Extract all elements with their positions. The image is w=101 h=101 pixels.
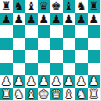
square-b8[interactable]: ♞: [13, 0, 26, 13]
square-a4[interactable]: [0, 50, 13, 63]
white-knight: ♞: [76, 88, 86, 101]
white-knight: ♞: [14, 88, 24, 101]
white-bishop: ♝: [64, 88, 74, 101]
square-f8[interactable]: ♝: [63, 0, 76, 13]
square-f1[interactable]: ♝: [63, 88, 76, 101]
square-h3[interactable]: [88, 63, 101, 76]
square-f4[interactable]: [63, 50, 76, 63]
black-bishop: ♝: [26, 0, 36, 13]
white-pawn: ♟: [14, 75, 24, 88]
square-d1[interactable]: ♚: [38, 88, 51, 101]
square-b7[interactable]: ♟: [13, 13, 26, 26]
square-h1[interactable]: ♜: [88, 88, 101, 101]
square-c8[interactable]: ♝: [25, 0, 38, 13]
square-g6[interactable]: [75, 25, 88, 38]
square-f6[interactable]: [63, 25, 76, 38]
square-c4[interactable]: [25, 50, 38, 63]
white-pawn: ♟: [39, 75, 49, 88]
square-d3[interactable]: [38, 63, 51, 76]
square-a3[interactable]: [0, 63, 13, 76]
white-pawn: ♟: [1, 75, 11, 88]
square-b4[interactable]: [13, 50, 26, 63]
black-rook: ♜: [89, 0, 99, 13]
white-pawn: ♟: [26, 75, 36, 88]
square-g3[interactable]: [75, 63, 88, 76]
square-b2[interactable]: ♟: [13, 75, 26, 88]
square-h6[interactable]: [88, 25, 101, 38]
black-knight: ♞: [14, 0, 24, 13]
square-f3[interactable]: [63, 63, 76, 76]
square-f5[interactable]: [63, 38, 76, 51]
white-rook: ♜: [89, 88, 99, 101]
black-bishop: ♝: [64, 0, 74, 13]
white-queen: ♛: [51, 88, 61, 101]
white-pawn: ♟: [64, 75, 74, 88]
square-a1[interactable]: ♜: [0, 88, 13, 101]
square-c3[interactable]: [25, 63, 38, 76]
square-a7[interactable]: ♟: [0, 13, 13, 26]
black-pawn: ♟: [76, 13, 86, 26]
square-d2[interactable]: ♟: [38, 75, 51, 88]
square-a8[interactable]: ♜: [0, 0, 13, 13]
white-pawn: ♟: [51, 75, 61, 88]
square-h8[interactable]: ♜: [88, 0, 101, 13]
black-pawn: ♟: [1, 13, 11, 26]
square-e6[interactable]: [50, 25, 63, 38]
square-g5[interactable]: [75, 38, 88, 51]
white-rook: ♜: [1, 88, 11, 101]
square-b5[interactable]: [13, 38, 26, 51]
square-g8[interactable]: ♞: [75, 0, 88, 13]
square-e7[interactable]: ♟: [50, 13, 63, 26]
square-c6[interactable]: [25, 25, 38, 38]
square-a5[interactable]: [0, 38, 13, 51]
black-rook: ♜: [1, 0, 11, 13]
square-d5[interactable]: [38, 38, 51, 51]
white-pawn: ♟: [89, 75, 99, 88]
chess-board: ♜♞♝♛♚♝♞♜♟♟♟♟♟♟♟♟♟♟♟♟♟♟♟♟♜♞♝♚♛♝♞♜: [0, 0, 100, 100]
square-d4[interactable]: [38, 50, 51, 63]
square-b6[interactable]: [13, 25, 26, 38]
black-knight: ♞: [76, 0, 86, 13]
square-c5[interactable]: [25, 38, 38, 51]
square-b3[interactable]: [13, 63, 26, 76]
black-pawn: ♟: [26, 13, 36, 26]
square-e4[interactable]: [50, 50, 63, 63]
square-h5[interactable]: [88, 38, 101, 51]
square-a2[interactable]: ♟: [0, 75, 13, 88]
black-pawn: ♟: [39, 13, 49, 26]
black-pawn: ♟: [89, 13, 99, 26]
black-pawn: ♟: [64, 13, 74, 26]
square-e2[interactable]: ♟: [50, 75, 63, 88]
square-c2[interactable]: ♟: [25, 75, 38, 88]
white-pawn: ♟: [76, 75, 86, 88]
square-h7[interactable]: ♟: [88, 13, 101, 26]
black-king: ♚: [51, 0, 61, 13]
black-pawn: ♟: [14, 13, 24, 26]
square-h2[interactable]: ♟: [88, 75, 101, 88]
square-d6[interactable]: [38, 25, 51, 38]
square-c7[interactable]: ♟: [25, 13, 38, 26]
white-bishop: ♝: [26, 88, 36, 101]
black-pawn: ♟: [51, 13, 61, 26]
square-c1[interactable]: ♝: [25, 88, 38, 101]
square-e8[interactable]: ♚: [50, 0, 63, 13]
square-b1[interactable]: ♞: [13, 88, 26, 101]
square-e1[interactable]: ♛: [50, 88, 63, 101]
square-g1[interactable]: ♞: [75, 88, 88, 101]
square-g4[interactable]: [75, 50, 88, 63]
white-king: ♚: [39, 88, 49, 101]
square-f2[interactable]: ♟: [63, 75, 76, 88]
black-queen: ♛: [39, 0, 49, 13]
square-e5[interactable]: [50, 38, 63, 51]
square-a6[interactable]: [0, 25, 13, 38]
square-e3[interactable]: [50, 63, 63, 76]
square-d7[interactable]: ♟: [38, 13, 51, 26]
square-g7[interactable]: ♟: [75, 13, 88, 26]
square-h4[interactable]: [88, 50, 101, 63]
square-d8[interactable]: ♛: [38, 0, 51, 13]
square-g2[interactable]: ♟: [75, 75, 88, 88]
square-f7[interactable]: ♟: [63, 13, 76, 26]
